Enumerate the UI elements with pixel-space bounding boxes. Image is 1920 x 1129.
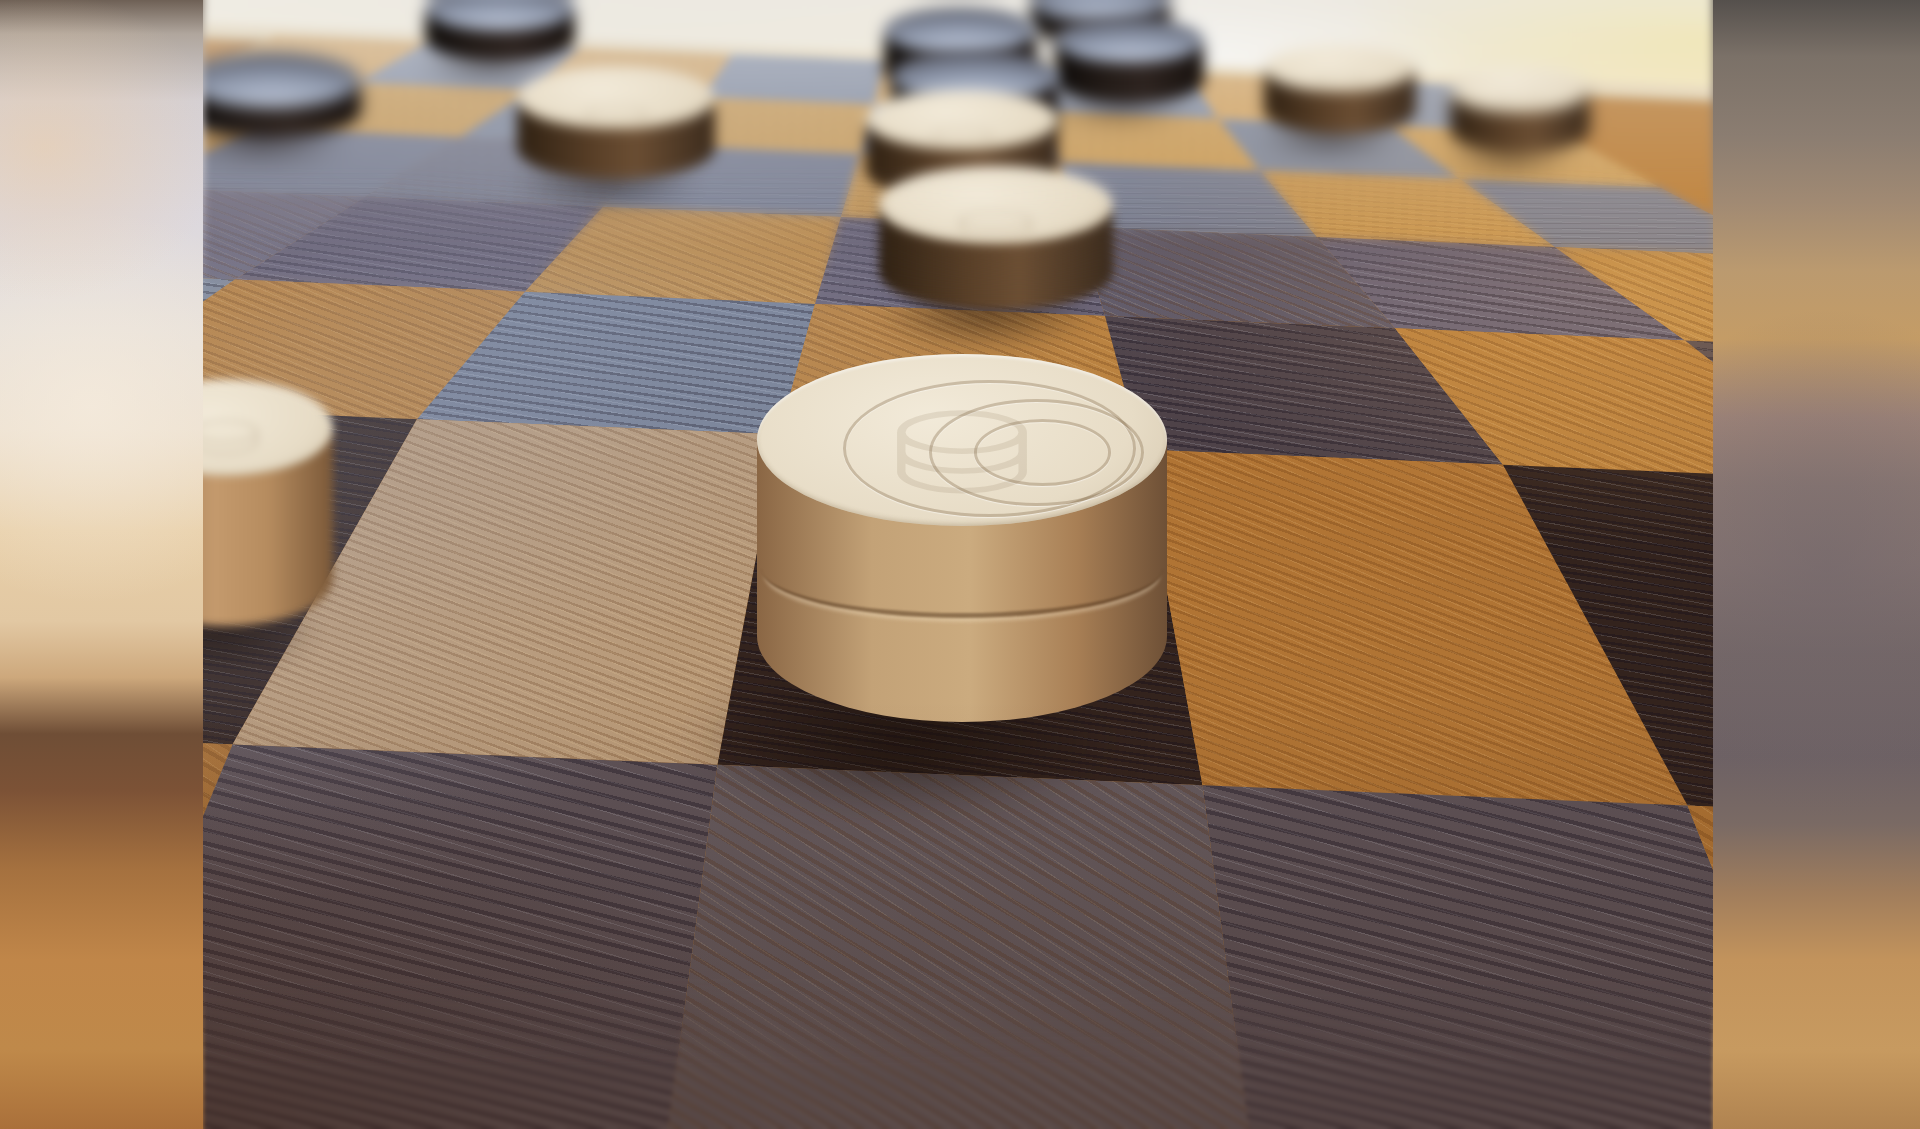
piece-top-face: ⛀ (879, 166, 1113, 244)
checker-light-king-e3[interactable]: ⛁ (757, 354, 1167, 722)
checker-light-man-e4[interactable]: ⛀ (879, 166, 1113, 310)
blur-bar-right (1713, 0, 1920, 1129)
checker-light-man-h7[interactable]: ⛀ (1450, 67, 1590, 153)
king-top-ring (929, 399, 1144, 506)
photo: ⛂⛂⛂⛂⛀⛂⛂⛀⛀⛀⛀⛀⛁ (203, 0, 1713, 1129)
piece-top-face: ⛀ (1450, 67, 1590, 113)
piece-top-face: ⛂ (884, 7, 1036, 54)
checkers-photo-stage: ⛂⛂⛂⛂⛀⛂⛂⛀⛀⛀⛀⛀⛁ (0, 0, 1920, 1129)
piece-top-face: ⛁ (757, 354, 1167, 526)
piece-top-face: ⛂ (1056, 18, 1204, 63)
checker-light-man-c3[interactable]: ⛀ (203, 380, 333, 626)
king-top-ring (843, 380, 1136, 517)
checker-dark-man-a7[interactable]: ⛂ (203, 52, 361, 138)
checker-light-man-g7[interactable]: ⛀ (1264, 44, 1416, 134)
scene: ⛂⛂⛂⛂⛀⛂⛂⛀⛀⛀⛀⛀⛁ (203, 0, 1713, 1129)
checker-dark-man-b8[interactable]: ⛂ (425, 0, 575, 61)
checker-light-man-c7[interactable]: ⛀ (517, 67, 715, 179)
piece-top-face: ⛀ (517, 67, 715, 129)
piece-top-face: ⛀ (1264, 44, 1416, 92)
piece-top-face: ⛀ (866, 90, 1058, 150)
king-top-ring (974, 419, 1111, 485)
blur-bar-left (0, 0, 203, 1129)
draughts-glyph: ⛁ (757, 396, 1167, 512)
checker-dark-man-f8[interactable]: ⛂ (1056, 18, 1204, 103)
